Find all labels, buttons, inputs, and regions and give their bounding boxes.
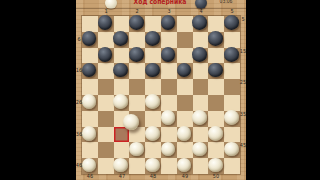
letterbox-left bbox=[0, 0, 76, 180]
bottom-label-48: 48 bbox=[150, 175, 156, 180]
dark-piece-8[interactable] bbox=[145, 31, 160, 46]
game-panel: Ход соперника 03:06 12345464748495061626… bbox=[76, 0, 246, 180]
square-29[interactable] bbox=[177, 95, 193, 111]
light-square-r4c10 bbox=[224, 63, 240, 79]
light-square-r2c2 bbox=[98, 32, 114, 48]
square-21[interactable] bbox=[98, 79, 114, 95]
dark-piece-7[interactable] bbox=[113, 31, 128, 46]
square-31[interactable] bbox=[98, 111, 114, 127]
square-22[interactable] bbox=[129, 79, 145, 95]
light-square-r7c7 bbox=[177, 111, 193, 127]
dark-piece-11[interactable] bbox=[98, 47, 113, 62]
light-square-r2c6 bbox=[161, 32, 177, 48]
white-piece-42[interactable] bbox=[129, 142, 144, 157]
light-square-r6c2 bbox=[98, 95, 114, 111]
right-label-35: 35 bbox=[240, 112, 246, 117]
left-label-46: 46 bbox=[76, 164, 82, 169]
square-25[interactable] bbox=[224, 79, 240, 95]
light-square-r9c1 bbox=[82, 142, 98, 158]
white-piece-34[interactable] bbox=[192, 110, 207, 125]
light-square-r5c9 bbox=[208, 79, 224, 95]
right-label-5: 5 bbox=[241, 17, 244, 22]
light-square-r9c7 bbox=[177, 142, 193, 158]
light-square-r9c3 bbox=[114, 142, 130, 158]
light-square-r3c1 bbox=[82, 48, 98, 64]
dark-piece-18[interactable] bbox=[145, 63, 160, 78]
light-square-r10c2 bbox=[98, 158, 114, 174]
letterbox-right bbox=[244, 0, 320, 180]
white-piece-40[interactable] bbox=[208, 126, 223, 141]
light-square-r1c7 bbox=[177, 16, 193, 32]
light-square-r6c8 bbox=[193, 95, 209, 111]
light-square-r2c8 bbox=[193, 32, 209, 48]
light-square-r1c5 bbox=[145, 16, 161, 32]
light-square-r5c7 bbox=[177, 79, 193, 95]
right-label-45: 45 bbox=[240, 144, 246, 149]
dark-piece-4[interactable] bbox=[192, 15, 207, 30]
light-square-r3c5 bbox=[145, 48, 161, 64]
left-label-36: 36 bbox=[76, 132, 82, 137]
light-square-r5c1 bbox=[82, 79, 98, 95]
light-square-r6c4 bbox=[129, 95, 145, 111]
square-9[interactable] bbox=[177, 32, 193, 48]
white-piece-50[interactable] bbox=[208, 158, 223, 173]
square-30[interactable] bbox=[208, 95, 224, 111]
light-square-r10c6 bbox=[161, 158, 177, 174]
square-24[interactable] bbox=[193, 79, 209, 95]
light-square-r6c6 bbox=[161, 95, 177, 111]
dark-piece-12[interactable] bbox=[129, 47, 144, 62]
left-label-26: 26 bbox=[76, 100, 82, 105]
light-square-r5c3 bbox=[114, 79, 130, 95]
light-square-r7c9 bbox=[208, 111, 224, 127]
white-piece-48[interactable] bbox=[145, 158, 160, 173]
app-screen: Ход соперника 03:06 12345464748495061626… bbox=[0, 0, 320, 180]
bottom-label-50: 50 bbox=[213, 175, 219, 180]
white-piece-38[interactable] bbox=[145, 126, 160, 141]
bottom-label-49: 49 bbox=[182, 175, 188, 180]
dark-piece-6[interactable] bbox=[82, 31, 97, 46]
light-square-r10c8 bbox=[193, 158, 209, 174]
light-square-r4c8 bbox=[193, 63, 209, 79]
light-square-r3c9 bbox=[208, 48, 224, 64]
light-square-r1c1 bbox=[82, 16, 98, 32]
light-square-r4c2 bbox=[98, 63, 114, 79]
light-square-r6c10 bbox=[224, 95, 240, 111]
light-square-r8c10 bbox=[224, 127, 240, 143]
light-square-r2c4 bbox=[129, 32, 145, 48]
clock-timer: 03:06 bbox=[220, 0, 233, 4]
left-label-16: 16 bbox=[76, 69, 82, 74]
light-square-r4c4 bbox=[129, 63, 145, 79]
right-label-15: 15 bbox=[240, 49, 246, 54]
dark-piece-5[interactable] bbox=[224, 15, 239, 30]
square-41[interactable] bbox=[98, 142, 114, 158]
left-label-6: 6 bbox=[77, 37, 80, 42]
light-square-r3c3 bbox=[114, 48, 130, 64]
light-square-r4c6 bbox=[161, 63, 177, 79]
dark-piece-13[interactable] bbox=[161, 47, 176, 62]
top-label-5: 5 bbox=[231, 9, 234, 14]
light-square-r1c3 bbox=[114, 16, 130, 32]
dark-piece-2[interactable] bbox=[129, 15, 144, 30]
light-square-r8c8 bbox=[193, 127, 209, 143]
top-label-3: 3 bbox=[167, 9, 170, 14]
turn-status-text: Ход соперника bbox=[134, 0, 187, 5]
light-square-r2c10 bbox=[224, 32, 240, 48]
dark-piece-14[interactable] bbox=[192, 47, 207, 62]
white-piece-39[interactable] bbox=[177, 126, 192, 141]
top-label-4: 4 bbox=[199, 9, 202, 14]
bottom-label-47: 47 bbox=[118, 175, 124, 180]
light-square-r8c2 bbox=[98, 127, 114, 143]
white-piece-36[interactable] bbox=[82, 126, 97, 141]
dark-piece-20[interactable] bbox=[208, 63, 223, 78]
right-label-25: 25 bbox=[240, 81, 246, 86]
light-square-r3c7 bbox=[177, 48, 193, 64]
square-23[interactable] bbox=[161, 79, 177, 95]
top-label-1: 1 bbox=[104, 9, 107, 14]
light-square-r7c1 bbox=[82, 111, 98, 127]
light-square-r9c5 bbox=[145, 142, 161, 158]
light-square-r8c6 bbox=[161, 127, 177, 143]
light-square-r7c5 bbox=[145, 111, 161, 127]
light-square-r10c10 bbox=[224, 158, 240, 174]
bottom-label-46: 46 bbox=[87, 175, 93, 180]
white-piece-35[interactable] bbox=[224, 110, 239, 125]
board[interactable] bbox=[82, 16, 240, 174]
top-label-2: 2 bbox=[136, 9, 139, 14]
white-piece-27[interactable] bbox=[113, 94, 128, 109]
light-square-r1c9 bbox=[208, 16, 224, 32]
light-square-r5c5 bbox=[145, 79, 161, 95]
light-square-r9c9 bbox=[208, 142, 224, 158]
status-divider bbox=[76, 8, 246, 9]
white-piece-47[interactable] bbox=[113, 158, 128, 173]
light-square-r10c4 bbox=[129, 158, 145, 174]
dark-piece-1[interactable] bbox=[98, 15, 113, 30]
dark-piece-10[interactable] bbox=[208, 31, 223, 46]
white-piece-45[interactable] bbox=[224, 142, 239, 157]
white-piece-33[interactable] bbox=[161, 110, 176, 125]
white-piece-28[interactable] bbox=[145, 94, 160, 109]
dark-piece-15[interactable] bbox=[224, 47, 239, 62]
